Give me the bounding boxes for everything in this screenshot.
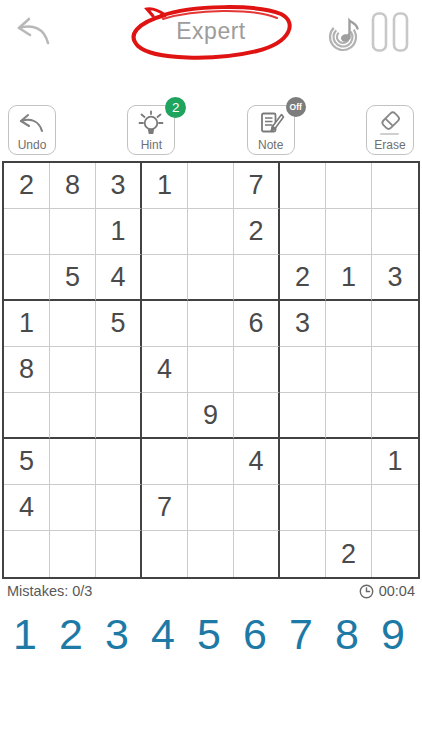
cell-r2c7[interactable] <box>280 209 326 255</box>
sudoku-board: 2831712542131563849541472 <box>2 161 420 579</box>
music-button[interactable] <box>322 12 364 52</box>
numpad-8[interactable]: 8 <box>324 608 370 660</box>
erase-label: Erase <box>374 139 405 151</box>
cell-r4c2[interactable] <box>50 301 96 347</box>
pause-icon <box>370 11 410 53</box>
cell-r3c8[interactable]: 1 <box>326 255 372 301</box>
timer-value: 00:04 <box>379 583 415 599</box>
note-label: Note <box>258 139 283 151</box>
cell-r5c4[interactable]: 4 <box>142 347 188 393</box>
undo-button[interactable]: Undo <box>8 105 56 155</box>
cell-r2c8[interactable] <box>326 209 372 255</box>
cell-r7c1[interactable]: 5 <box>4 439 50 485</box>
cell-r2c1[interactable] <box>4 209 50 255</box>
cell-r5c1[interactable]: 8 <box>4 347 50 393</box>
cell-r3c6[interactable] <box>234 255 280 301</box>
cell-r4c3[interactable]: 5 <box>96 301 142 347</box>
cell-r9c4[interactable] <box>142 531 188 577</box>
numpad: 123456789 <box>2 608 420 660</box>
cell-r2c6[interactable]: 2 <box>234 209 280 255</box>
cell-r6c9[interactable] <box>372 393 418 439</box>
cell-r3c4[interactable] <box>142 255 188 301</box>
cell-r2c5[interactable] <box>188 209 234 255</box>
mistakes-counter: Mistakes: 0/3 <box>7 583 92 599</box>
numpad-2[interactable]: 2 <box>48 608 94 660</box>
numpad-9[interactable]: 9 <box>370 608 416 660</box>
cell-r8c7[interactable] <box>280 485 326 531</box>
clock-icon <box>359 584 374 599</box>
cell-r2c3[interactable]: 1 <box>96 209 142 255</box>
cell-r9c1[interactable] <box>4 531 50 577</box>
cell-r4c9[interactable] <box>372 301 418 347</box>
cell-r8c9[interactable] <box>372 485 418 531</box>
cell-r4c5[interactable] <box>188 301 234 347</box>
cell-r1c9[interactable] <box>372 163 418 209</box>
cell-r8c8[interactable] <box>326 485 372 531</box>
cell-r8c6[interactable] <box>234 485 280 531</box>
cell-r6c8[interactable] <box>326 393 372 439</box>
cell-r1c1[interactable]: 2 <box>4 163 50 209</box>
cell-r4c6[interactable]: 6 <box>234 301 280 347</box>
cell-r3c3[interactable]: 4 <box>96 255 142 301</box>
cell-r3c5[interactable] <box>188 255 234 301</box>
cell-r6c5[interactable]: 9 <box>188 393 234 439</box>
undo-label: Undo <box>18 139 47 151</box>
cell-r5c8[interactable] <box>326 347 372 393</box>
cell-r5c5[interactable] <box>188 347 234 393</box>
cell-r8c5[interactable] <box>188 485 234 531</box>
cell-r4c1[interactable]: 1 <box>4 301 50 347</box>
cell-r3c7[interactable]: 2 <box>280 255 326 301</box>
cell-r8c1[interactable]: 4 <box>4 485 50 531</box>
cell-r9c8[interactable]: 2 <box>326 531 372 577</box>
cell-r5c3[interactable] <box>96 347 142 393</box>
hint-label: Hint <box>141 139 162 151</box>
hint-count-badge: 2 <box>165 97 186 118</box>
cell-r1c4[interactable]: 1 <box>142 163 188 209</box>
cell-r8c3[interactable] <box>96 485 142 531</box>
note-button[interactable]: Off Note <box>247 105 295 155</box>
cell-r1c5[interactable] <box>188 163 234 209</box>
music-icon <box>322 12 364 52</box>
undo-icon <box>9 109 55 139</box>
cell-r8c4[interactable]: 7 <box>142 485 188 531</box>
pause-button[interactable] <box>370 11 410 53</box>
page-title: Expert <box>176 18 245 45</box>
cell-r7c5[interactable] <box>188 439 234 485</box>
cell-r1c2[interactable]: 8 <box>50 163 96 209</box>
cell-r9c9[interactable] <box>372 531 418 577</box>
numpad-4[interactable]: 4 <box>140 608 186 660</box>
cell-r9c6[interactable] <box>234 531 280 577</box>
numpad-3[interactable]: 3 <box>94 608 140 660</box>
cell-r7c8[interactable] <box>326 439 372 485</box>
numpad-5[interactable]: 5 <box>186 608 232 660</box>
numpad-7[interactable]: 7 <box>278 608 324 660</box>
cell-r5c9[interactable] <box>372 347 418 393</box>
cell-r5c6[interactable] <box>234 347 280 393</box>
cell-r7c9[interactable]: 1 <box>372 439 418 485</box>
cell-r4c4[interactable] <box>142 301 188 347</box>
hint-button[interactable]: 2 Hint <box>127 105 175 155</box>
cell-r1c8[interactable] <box>326 163 372 209</box>
cell-r2c2[interactable] <box>50 209 96 255</box>
cell-r4c7[interactable]: 3 <box>280 301 326 347</box>
cell-r1c3[interactable]: 3 <box>96 163 142 209</box>
cell-r2c4[interactable] <box>142 209 188 255</box>
cell-r6c4[interactable] <box>142 393 188 439</box>
cell-r1c7[interactable] <box>280 163 326 209</box>
cell-r6c7[interactable] <box>280 393 326 439</box>
eraser-icon <box>367 109 413 139</box>
cell-r7c4[interactable] <box>142 439 188 485</box>
cell-r6c6[interactable] <box>234 393 280 439</box>
cell-r9c3[interactable] <box>96 531 142 577</box>
numpad-1[interactable]: 1 <box>2 608 48 660</box>
note-off-badge: Off <box>286 97 306 117</box>
cell-r5c2[interactable] <box>50 347 96 393</box>
toolbar: Undo 2 Hint Off Note <box>0 105 422 155</box>
cell-r7c3[interactable] <box>96 439 142 485</box>
cell-r7c6[interactable]: 4 <box>234 439 280 485</box>
note-pencil-icon <box>248 109 294 139</box>
cell-r7c2[interactable] <box>50 439 96 485</box>
cell-r9c7[interactable] <box>280 531 326 577</box>
cell-r3c1[interactable] <box>4 255 50 301</box>
numpad-6[interactable]: 6 <box>232 608 278 660</box>
cell-r4c8[interactable] <box>326 301 372 347</box>
cell-r3c9[interactable]: 3 <box>372 255 418 301</box>
cell-r1c6[interactable]: 7 <box>234 163 280 209</box>
cell-r8c2[interactable] <box>50 485 96 531</box>
timer: 00:04 <box>359 583 415 599</box>
header: Expert <box>0 0 422 62</box>
status-bar: Mistakes: 0/3 00:04 <box>0 583 422 599</box>
erase-button[interactable]: Erase <box>366 105 414 155</box>
cell-r7c7[interactable] <box>280 439 326 485</box>
cell-r9c5[interactable] <box>188 531 234 577</box>
cell-r3c2[interactable]: 5 <box>50 255 96 301</box>
cell-r6c3[interactable] <box>96 393 142 439</box>
cell-r6c2[interactable] <box>50 393 96 439</box>
cell-r2c9[interactable] <box>372 209 418 255</box>
cell-r5c7[interactable] <box>280 347 326 393</box>
cell-r6c1[interactable] <box>4 393 50 439</box>
cell-r9c2[interactable] <box>50 531 96 577</box>
